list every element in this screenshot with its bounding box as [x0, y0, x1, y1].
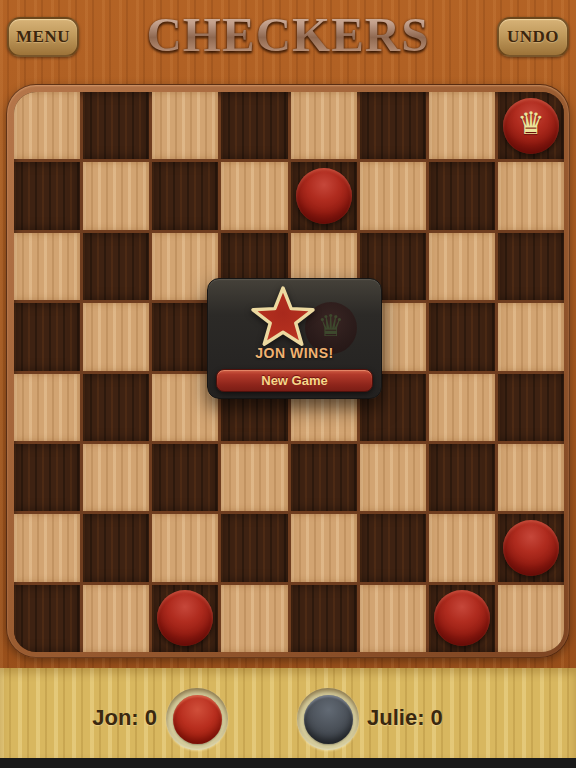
win-dialog: ♛ JON WINS! New Game: [207, 278, 382, 399]
undo-button[interactable]: UNDO: [497, 17, 569, 57]
square-f8[interactable]: [360, 92, 426, 159]
square-a8[interactable]: [14, 92, 80, 159]
square-e3[interactable]: [291, 444, 357, 511]
square-h3[interactable]: [498, 444, 564, 511]
square-g7[interactable]: [429, 162, 495, 229]
red-piece[interactable]: [157, 590, 213, 646]
square-g3[interactable]: [429, 444, 495, 511]
square-d3[interactable]: [221, 444, 287, 511]
square-a5[interactable]: [14, 303, 80, 370]
square-g8[interactable]: [429, 92, 495, 159]
square-f1[interactable]: [360, 585, 426, 652]
square-b6[interactable]: [83, 233, 149, 300]
square-a4[interactable]: [14, 374, 80, 441]
square-h1[interactable]: [498, 585, 564, 652]
square-c1[interactable]: [152, 585, 218, 652]
red-piece[interactable]: [434, 590, 490, 646]
jon-piece-well: [166, 688, 228, 750]
square-d8[interactable]: [221, 92, 287, 159]
square-d2[interactable]: [221, 514, 287, 581]
square-a2[interactable]: [14, 514, 80, 581]
square-g1[interactable]: [429, 585, 495, 652]
square-h6[interactable]: [498, 233, 564, 300]
square-h2[interactable]: [498, 514, 564, 581]
square-a6[interactable]: [14, 233, 80, 300]
square-a3[interactable]: [14, 444, 80, 511]
checkers-app: MENU CHECKERS UNDO ♛ ♛ JON WINS! New Ga: [0, 0, 576, 768]
crown-icon: ♛: [517, 108, 545, 139]
square-b4[interactable]: [83, 374, 149, 441]
square-b3[interactable]: [83, 444, 149, 511]
square-g5[interactable]: [429, 303, 495, 370]
julie-score-label: Julie: 0: [367, 705, 443, 731]
red-piece[interactable]: [296, 168, 352, 224]
bottom-strip: [0, 758, 576, 768]
red-piece-indicator: [173, 695, 222, 744]
square-h7[interactable]: [498, 162, 564, 229]
square-f7[interactable]: [360, 162, 426, 229]
black-piece-indicator: [304, 695, 353, 744]
new-game-button[interactable]: New Game: [216, 369, 373, 392]
jon-score-label: Jon: 0: [55, 705, 157, 731]
app-title: CHECKERS: [0, 6, 576, 63]
square-e8[interactable]: [291, 92, 357, 159]
square-d1[interactable]: [221, 585, 287, 652]
square-h8[interactable]: ♛: [498, 92, 564, 159]
square-e2[interactable]: [291, 514, 357, 581]
square-f3[interactable]: [360, 444, 426, 511]
star-icon: [250, 285, 316, 347]
square-a1[interactable]: [14, 585, 80, 652]
square-b7[interactable]: [83, 162, 149, 229]
square-d7[interactable]: [221, 162, 287, 229]
red-king-piece[interactable]: ♛: [503, 98, 559, 154]
red-piece[interactable]: [503, 520, 559, 576]
square-g2[interactable]: [429, 514, 495, 581]
square-g6[interactable]: [429, 233, 495, 300]
square-b8[interactable]: [83, 92, 149, 159]
square-c2[interactable]: [152, 514, 218, 581]
square-c8[interactable]: [152, 92, 218, 159]
square-b5[interactable]: [83, 303, 149, 370]
square-c7[interactable]: [152, 162, 218, 229]
square-e1[interactable]: [291, 585, 357, 652]
win-message: JON WINS!: [208, 345, 381, 361]
square-g4[interactable]: [429, 374, 495, 441]
square-f2[interactable]: [360, 514, 426, 581]
square-h4[interactable]: [498, 374, 564, 441]
crown-icon: ♛: [318, 311, 345, 341]
score-bar: Jon: 0 Julie: 0: [0, 668, 576, 758]
square-b2[interactable]: [83, 514, 149, 581]
square-e7[interactable]: [291, 162, 357, 229]
square-a7[interactable]: [14, 162, 80, 229]
square-h5[interactable]: [498, 303, 564, 370]
julie-piece-well: [297, 688, 359, 750]
square-c3[interactable]: [152, 444, 218, 511]
square-b1[interactable]: [83, 585, 149, 652]
